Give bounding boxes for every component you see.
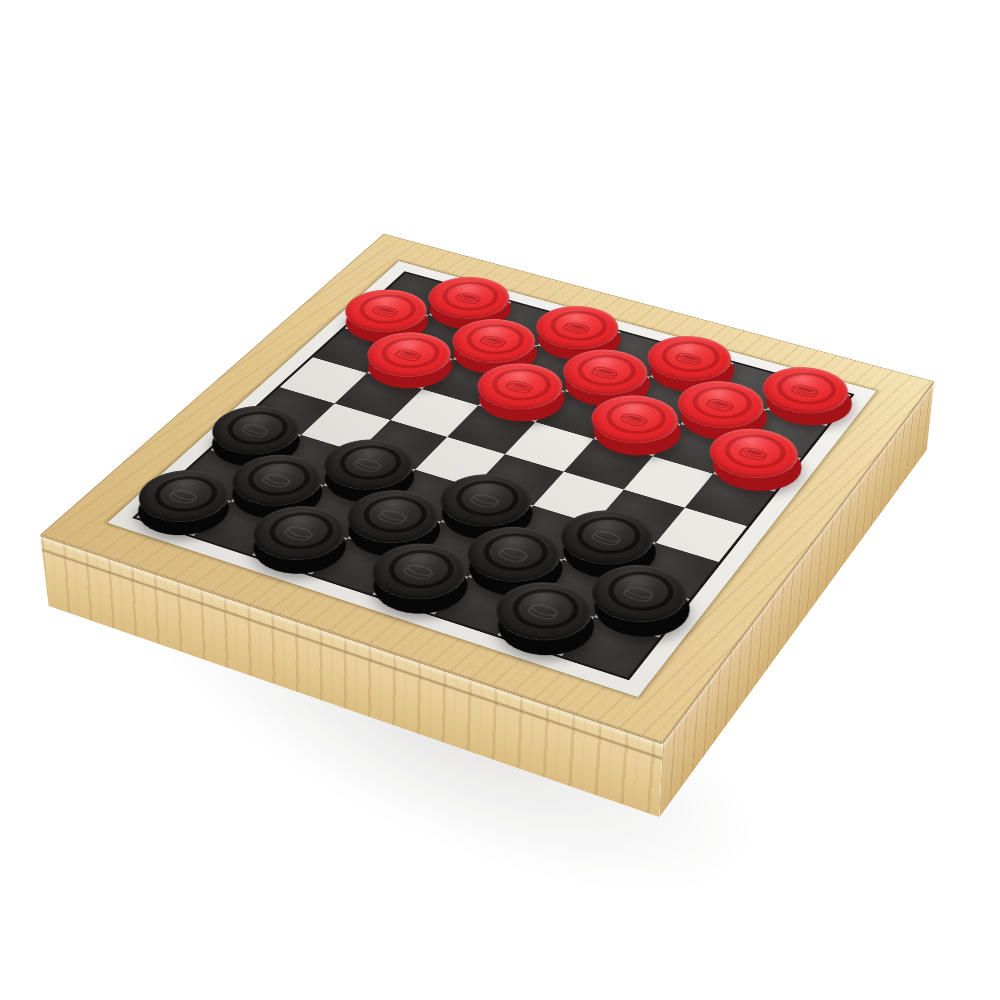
- scene: ⛂⛂⛂⛂⛂⛂⛂⛂⛂⛂⛂⛂⛀⛀⛀⛀⛀⛀⛀⛀⛀⛀⛀⛀: [0, 0, 1000, 1000]
- photo-background: ⛂⛂⛂⛂⛂⛂⛂⛂⛂⛂⛂⛂⛀⛀⛀⛀⛀⛀⛀⛀⛀⛀⛀⛀: [0, 0, 1000, 1000]
- game-box: ⛂⛂⛂⛂⛂⛂⛂⛂⛂⛂⛂⛂⛀⛀⛀⛀⛀⛀⛀⛀⛀⛀⛀⛀: [40, 234, 934, 743]
